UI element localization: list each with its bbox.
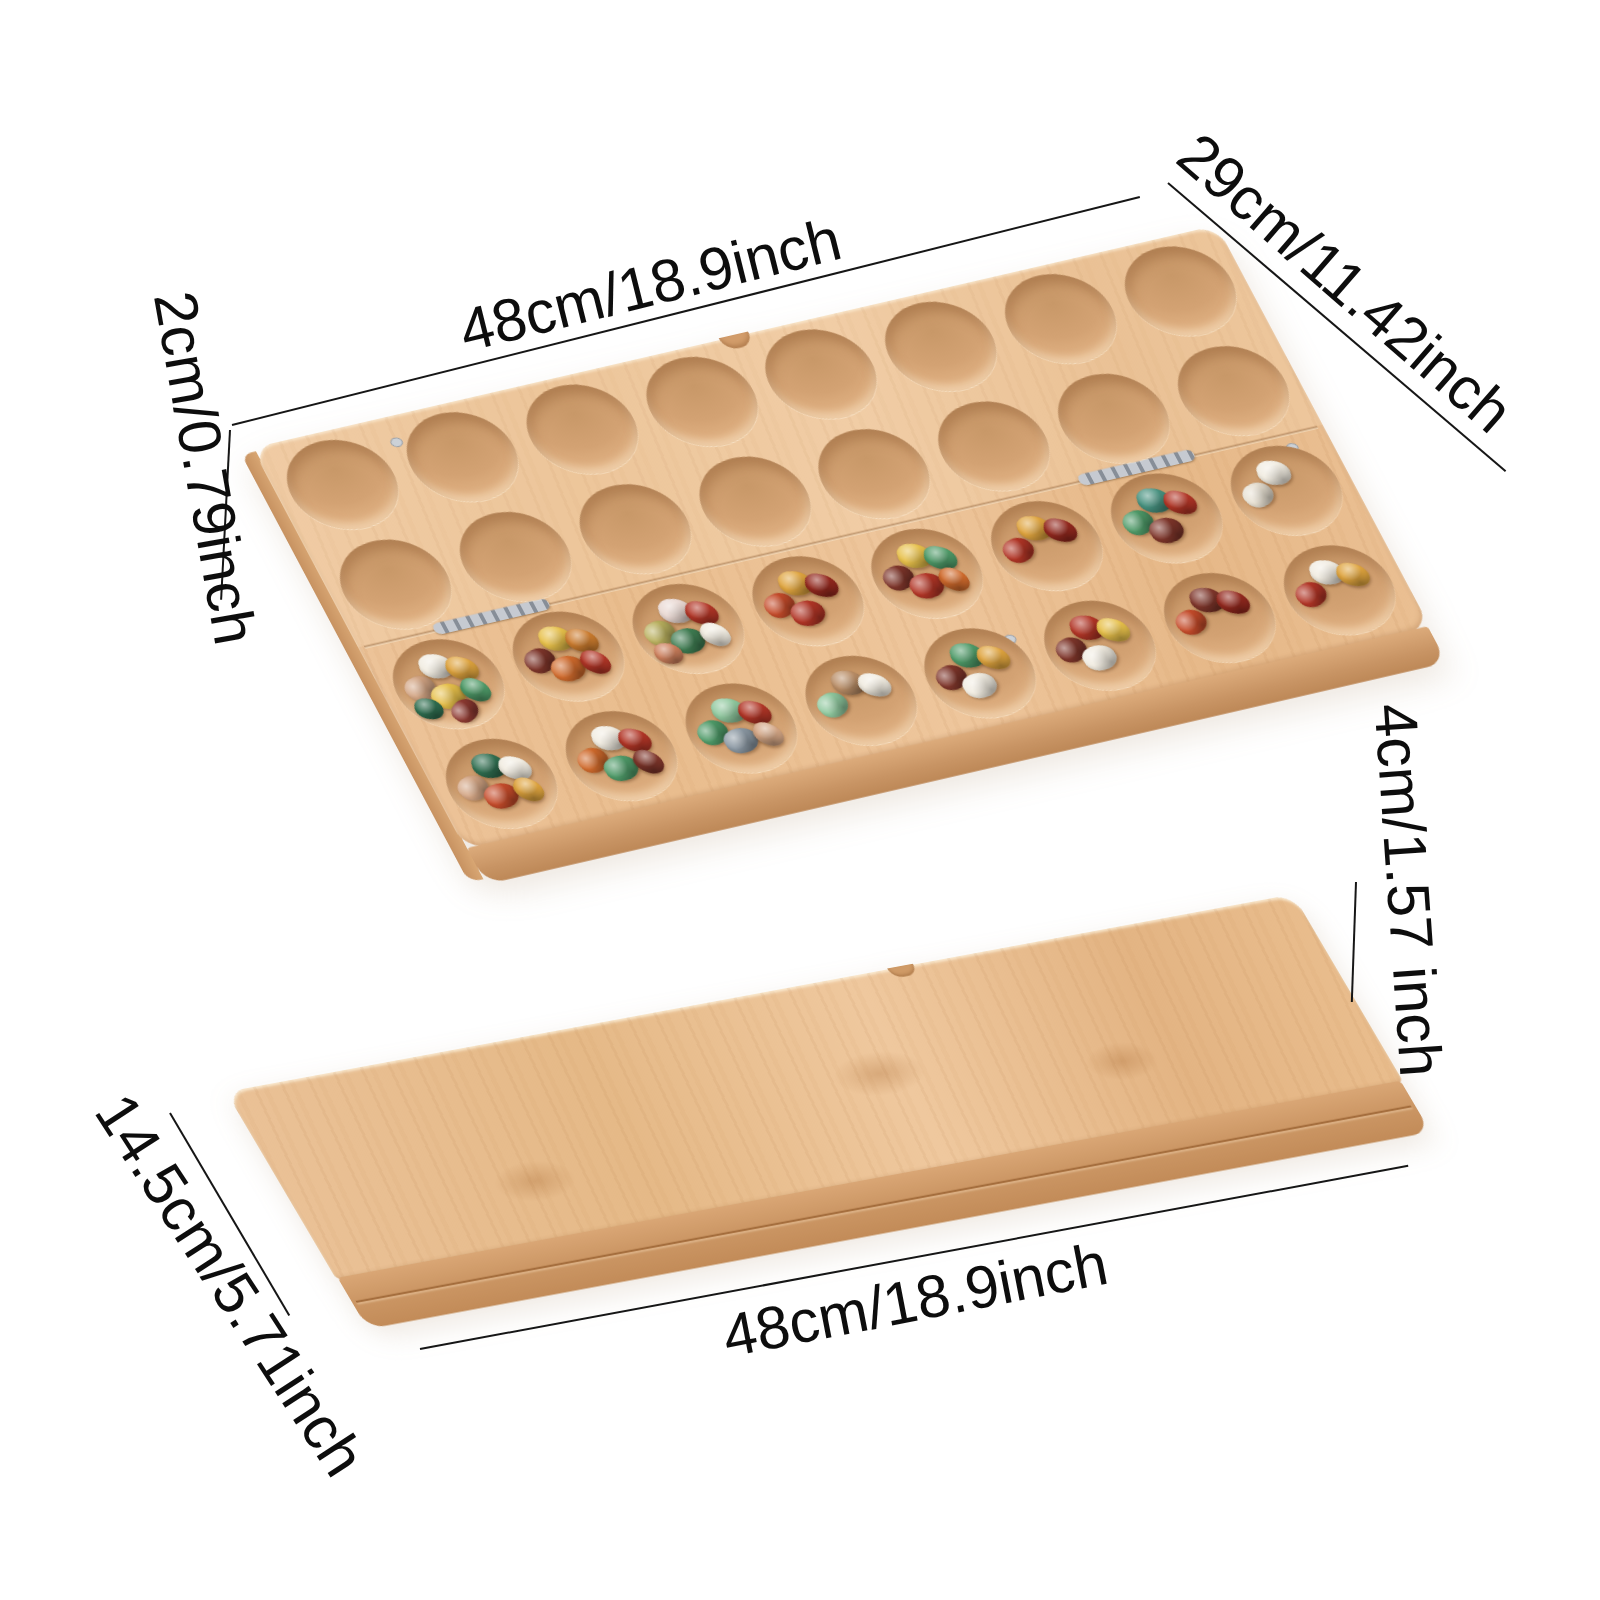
pit-r3-c7 — [1093, 463, 1240, 572]
wood-knot — [823, 1044, 936, 1103]
pit-r2-c3 — [561, 474, 708, 583]
product-photo-scene: 48cm/18.9inch 29cm/11.42inch 2cm/0.79inc… — [0, 0, 1600, 1600]
gem-stone — [857, 670, 891, 699]
pit-r3-c6 — [973, 491, 1120, 600]
pit-r4-c6 — [1026, 590, 1173, 699]
pit-r2-c2 — [442, 501, 589, 610]
finger-notch — [887, 964, 919, 979]
open-mancala-board — [252, 225, 1449, 885]
gem-stone — [1096, 615, 1130, 644]
pit-r2-c6 — [920, 391, 1067, 500]
open-board-surface — [252, 225, 1430, 850]
pit-r1-c4 — [628, 347, 775, 456]
gem-stone — [1335, 560, 1369, 589]
pit-r1-c6 — [867, 291, 1014, 400]
pit-r4-c3 — [667, 673, 814, 782]
gem-stone — [804, 570, 838, 599]
gem-stone — [1216, 587, 1250, 616]
pit-r3-c1 — [375, 629, 522, 738]
pit-r4-c8 — [1265, 535, 1412, 644]
pit-r4-c2 — [548, 701, 695, 810]
pit-r2-c7 — [1040, 363, 1187, 472]
wood-knot — [484, 1155, 585, 1208]
wood-knot — [1076, 1036, 1166, 1085]
pit-r1-c3 — [508, 374, 655, 483]
pit-r3-c8 — [1212, 435, 1359, 544]
gem-stone — [976, 642, 1010, 671]
pit-r4-c5 — [907, 618, 1054, 727]
closed-mancala-board — [226, 894, 1433, 1329]
pit-r4-c1 — [428, 728, 575, 837]
pit-r3-c5 — [854, 518, 1001, 627]
pit-r4-c7 — [1146, 563, 1293, 672]
pit-grid — [267, 233, 1415, 840]
gem-stone — [1163, 488, 1197, 517]
pit-r2-c5 — [801, 419, 948, 528]
pit-r3-c2 — [495, 601, 642, 710]
pit-r1-c5 — [748, 319, 895, 428]
gem-stone — [1043, 515, 1077, 544]
pit-r3-c4 — [734, 546, 881, 655]
pit-r3-c3 — [614, 573, 761, 682]
pit-r1-c2 — [389, 402, 536, 511]
label-closed-thickness: 4cm/1.57 inch — [1361, 701, 1456, 1078]
dimension-tick-thickness-closed — [1351, 882, 1357, 1002]
pit-r2-c4 — [681, 446, 828, 555]
pit-r4-c4 — [787, 645, 934, 754]
pit-r1-c7 — [987, 264, 1134, 373]
